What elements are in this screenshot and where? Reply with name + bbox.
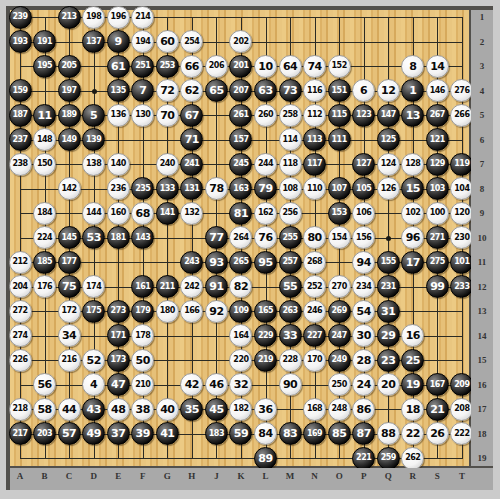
move-number: 16 [406,330,420,341]
move-number: 151 [332,87,347,95]
move-number: 76 [258,232,272,243]
move-number: 70 [160,110,174,121]
white-stone-Q18: 88 [377,422,400,445]
move-number: 265 [233,258,248,266]
black-stone-N18: 169 [303,422,326,445]
move-number: 25 [406,355,420,366]
black-stone-C18: 57 [58,422,81,445]
move-number: 144 [86,209,101,217]
white-stone-L3: 10 [254,55,277,78]
black-stone-O6: 111 [328,128,351,151]
move-number: 171 [111,332,126,340]
row-label-15: 15 [478,355,487,365]
black-stone-E3: 61 [107,55,130,78]
move-number: 250 [332,381,347,389]
black-stone-F8: 235 [131,177,154,200]
move-number: 238 [12,160,27,168]
move-number: 252 [307,283,322,291]
black-stone-P19: 221 [352,447,375,470]
move-number: 271 [430,234,445,242]
move-number: 135 [111,87,126,95]
black-stone-E2: 9 [107,30,130,53]
move-number: 58 [37,404,51,415]
move-number: 136 [111,111,126,119]
move-number: 52 [86,355,100,366]
move-number: 168 [307,405,322,413]
move-number: 213 [61,13,76,21]
move-number: 160 [111,209,126,217]
move-number: 211 [160,283,175,291]
white-stone-P4: 6 [352,79,375,102]
move-number: 267 [430,111,445,119]
white-stone-E17: 48 [107,398,130,421]
move-number: 40 [160,404,174,415]
black-stone-K11: 265 [229,251,252,274]
black-stone-Q14: 29 [377,324,400,347]
move-number: 157 [233,136,248,144]
white-stone-T5: 266 [450,104,473,127]
black-stone-G8: 133 [156,177,179,200]
white-stone-M7: 118 [279,153,302,176]
move-number: 172 [61,307,76,315]
move-number: 266 [454,111,469,119]
move-number: 11 [37,110,51,121]
move-number: 66 [185,61,199,72]
move-number: 86 [357,404,371,415]
move-number: 117 [307,160,322,168]
black-stone-Q13: 31 [377,300,400,323]
column-label-C: C [66,471,73,481]
white-stone-A13: 272 [9,300,32,323]
move-number: 141 [160,209,175,217]
move-number: 124 [381,160,396,168]
white-stone-K17: 182 [229,398,252,421]
move-number: 231 [381,283,396,291]
move-number: 204 [12,283,27,291]
black-stone-A4: 159 [9,79,32,102]
white-stone-C8: 142 [58,177,81,200]
move-number: 118 [282,160,297,168]
black-stone-E4: 135 [107,79,130,102]
black-stone-L8: 79 [254,177,277,200]
white-stone-R7: 128 [401,153,424,176]
black-stone-H8: 131 [180,177,203,200]
white-stone-S18: 26 [426,422,449,445]
white-stone-O17: 248 [328,398,351,421]
move-number: 129 [430,160,445,168]
move-number: 154 [332,234,347,242]
white-stone-N15: 170 [303,349,326,372]
black-stone-D2: 137 [82,30,105,53]
white-stone-P17: 86 [352,398,375,421]
move-number: 1 [409,85,416,96]
move-number: 39 [136,428,150,439]
white-stone-M8: 108 [279,177,302,200]
black-stone-A2: 193 [9,30,32,53]
black-stone-K7: 245 [229,153,252,176]
move-number: 68 [136,208,150,219]
white-stone-T9: 120 [450,202,473,225]
white-stone-Q8: 126 [377,177,400,200]
white-stone-H16: 42 [180,373,203,396]
white-stone-F16: 210 [131,373,154,396]
move-number: 34 [62,330,76,341]
move-number: 258 [282,111,297,119]
black-stone-N7: 117 [303,153,326,176]
move-number: 22 [406,428,420,439]
row-label-13: 13 [478,306,487,316]
move-number: 181 [111,234,126,242]
move-number: 150 [37,160,52,168]
move-number: 273 [111,307,126,315]
white-stone-F17: 38 [131,398,154,421]
white-stone-G13: 180 [156,300,179,323]
move-number: 24 [357,379,371,390]
black-stone-J17: 45 [205,398,228,421]
white-stone-M3: 64 [279,55,302,78]
white-stone-P14: 30 [352,324,375,347]
move-number: 148 [37,136,52,144]
move-number: 5 [90,110,97,121]
move-number: 65 [209,85,223,96]
move-number: 228 [282,356,297,364]
move-number: 78 [209,183,223,194]
white-stone-L9: 162 [254,202,277,225]
move-number: 174 [86,283,101,291]
move-number: 38 [136,404,150,415]
black-stone-A6: 237 [9,128,32,151]
black-stone-D18: 49 [82,422,105,445]
row-label-12: 12 [478,282,487,292]
white-stone-N12: 252 [303,275,326,298]
black-stone-F4: 7 [131,79,154,102]
black-stone-A18: 217 [9,422,32,445]
column-coordinates: ABCDEFGHJKLMNOPQRST [10,468,493,490]
star-point [386,236,391,241]
move-number: 64 [283,61,297,72]
black-stone-P5: 123 [352,104,375,127]
white-stone-H12: 242 [180,275,203,298]
move-number: 139 [86,136,101,144]
move-number: 196 [111,13,126,21]
move-number: 4 [90,379,97,390]
move-number: 85 [332,428,346,439]
move-number: 169 [307,430,322,438]
black-stone-D6: 139 [82,128,105,151]
move-number: 42 [185,379,199,390]
row-label-19: 19 [478,453,487,463]
move-number: 177 [61,258,76,266]
black-stone-S6: 121 [426,128,449,151]
move-number: 43 [86,404,100,415]
move-number: 120 [454,209,469,217]
black-stone-E13: 273 [107,300,130,323]
move-number: 220 [233,356,248,364]
move-number: 180 [160,307,175,315]
black-stone-E16: 47 [107,373,130,396]
move-number: 92 [209,306,223,317]
move-number: 212 [12,258,27,266]
move-number: 81 [234,208,248,219]
black-stone-O4: 151 [328,79,351,102]
white-stone-L10: 76 [254,226,277,249]
column-label-H: H [188,471,195,481]
black-stone-J11: 93 [205,251,228,274]
white-stone-C17: 44 [58,398,81,421]
move-number: 197 [61,87,76,95]
white-stone-R9: 102 [401,202,424,225]
move-number: 143 [135,234,150,242]
move-number: 270 [332,283,347,291]
move-number: 185 [37,258,52,266]
row-label-6: 6 [480,135,485,145]
move-number: 268 [307,258,322,266]
column-label-M: M [286,471,295,481]
black-stone-B18: 203 [33,422,56,445]
move-number: 195 [37,62,52,70]
white-stone-K2: 202 [229,30,252,53]
white-stone-O16: 250 [328,373,351,396]
column-label-R: R [410,471,417,481]
black-stone-M10: 255 [279,226,302,249]
move-number: 112 [307,111,322,119]
move-number: 214 [135,13,150,21]
move-number: 55 [283,281,297,292]
move-number: 183 [209,430,224,438]
white-stone-J8: 78 [205,177,228,200]
column-label-P: P [361,471,367,481]
white-stone-E1: 196 [107,6,130,29]
white-stone-A17: 218 [9,398,32,421]
move-number: 99 [430,281,444,292]
white-stone-D1: 198 [82,6,105,29]
move-number: 91 [209,281,223,292]
white-stone-B16: 56 [33,373,56,396]
column-label-F: F [140,471,146,481]
black-stone-J4: 65 [205,79,228,102]
black-stone-J12: 91 [205,275,228,298]
white-stone-O12: 270 [328,275,351,298]
white-stone-G7: 240 [156,153,179,176]
black-stone-D17: 43 [82,398,105,421]
black-stone-K9: 81 [229,202,252,225]
white-stone-R18: 22 [401,422,424,445]
move-number: 269 [332,307,347,315]
black-stone-F10: 143 [131,226,154,249]
white-stone-E9: 160 [107,202,130,225]
move-number: 29 [381,330,395,341]
white-stone-F2: 194 [131,30,154,53]
row-label-9: 9 [480,208,485,218]
move-number: 205 [61,62,76,70]
black-stone-H17: 35 [180,398,203,421]
white-stone-Q7: 124 [377,153,400,176]
white-stone-H9: 132 [180,202,203,225]
white-stone-P11: 94 [352,251,375,274]
black-stone-K4: 207 [229,79,252,102]
black-stone-J10: 77 [205,226,228,249]
move-number: 249 [332,356,347,364]
move-number: 115 [332,111,347,119]
move-number: 26 [430,428,444,439]
move-number: 222 [454,430,469,438]
move-number: 175 [86,307,101,315]
white-stone-J13: 92 [205,300,228,323]
move-number: 123 [356,111,371,119]
white-stone-H3: 66 [180,55,203,78]
move-number: 130 [135,111,150,119]
white-stone-P9: 106 [352,202,375,225]
white-stone-F9: 68 [131,202,154,225]
black-stone-L19: 89 [254,447,277,470]
white-stone-M16: 90 [279,373,302,396]
move-number: 59 [234,428,248,439]
white-stone-G5: 70 [156,104,179,127]
white-stone-G17: 40 [156,398,179,421]
move-number: 146 [430,87,445,95]
move-number: 128 [405,160,420,168]
move-number: 61 [111,61,125,72]
move-number: 182 [233,405,248,413]
move-number: 15 [406,183,420,194]
black-stone-R16: 19 [401,373,424,396]
white-stone-A7: 238 [9,153,32,176]
move-number: 17 [406,257,420,268]
black-stone-K18: 59 [229,422,252,445]
column-label-E: E [115,471,121,481]
black-stone-S10: 271 [426,226,449,249]
black-stone-Q15: 23 [377,349,400,372]
black-stone-C3: 205 [58,55,81,78]
white-stone-K16: 32 [229,373,252,396]
black-stone-O18: 85 [328,422,351,445]
move-number: 161 [135,283,150,291]
black-stone-T7: 119 [450,153,473,176]
move-number: 264 [233,234,248,242]
move-number: 234 [356,283,371,291]
white-stone-C13: 172 [58,300,81,323]
move-number: 21 [430,404,444,415]
white-stone-B7: 150 [33,153,56,176]
white-stone-N11: 268 [303,251,326,274]
black-stone-L4: 63 [254,79,277,102]
move-number: 56 [37,379,51,390]
move-number: 276 [454,87,469,95]
white-stone-H4: 62 [180,79,203,102]
move-number: 207 [233,87,248,95]
white-stone-N8: 110 [303,177,326,200]
move-number: 12 [381,85,395,96]
move-number: 105 [356,185,371,193]
move-number: 121 [430,136,445,144]
white-stone-B6: 148 [33,128,56,151]
column-label-O: O [336,471,343,481]
white-stone-T17: 208 [450,398,473,421]
move-number: 114 [282,136,297,144]
black-stone-L13: 165 [254,300,277,323]
black-stone-M13: 263 [279,300,302,323]
move-number: 210 [135,381,150,389]
white-stone-F15: 50 [131,349,154,372]
move-number: 230 [454,234,469,242]
move-number: 163 [233,185,248,193]
move-number: 198 [86,13,101,21]
move-number: 126 [381,185,396,193]
white-stone-P15: 28 [352,349,375,372]
move-number: 60 [160,36,174,47]
white-stone-N13: 246 [303,300,326,323]
move-number: 243 [184,258,199,266]
move-number: 260 [258,111,273,119]
white-stone-B17: 58 [33,398,56,421]
column-label-B: B [42,471,48,481]
move-number: 131 [184,185,199,193]
move-number: 242 [184,283,199,291]
black-stone-K13: 109 [229,300,252,323]
move-number: 119 [454,160,469,168]
white-stone-P13: 54 [352,300,375,323]
move-number: 137 [86,38,101,46]
move-number: 50 [136,355,150,366]
black-stone-L11: 95 [254,251,277,274]
move-number: 262 [405,454,420,462]
move-number: 87 [357,428,371,439]
move-number: 239 [12,13,27,21]
move-number: 110 [307,185,322,193]
black-stone-C1: 213 [58,6,81,29]
white-stone-D16: 4 [82,373,105,396]
go-board: 2392131981962141931911379194602542021952… [10,10,469,466]
black-stone-D10: 53 [82,226,105,249]
white-stone-E8: 236 [107,177,130,200]
move-number: 53 [86,232,100,243]
move-number: 36 [258,404,272,415]
black-stone-C11: 177 [58,251,81,274]
black-stone-S17: 21 [426,398,449,421]
move-number: 75 [62,281,76,292]
white-stone-R3: 8 [401,55,424,78]
black-stone-C12: 75 [58,275,81,298]
move-number: 49 [86,428,100,439]
move-number: 245 [233,160,248,168]
white-stone-R17: 18 [401,398,424,421]
move-number: 187 [12,111,27,119]
move-number: 164 [233,332,248,340]
black-stone-S8: 103 [426,177,449,200]
move-number: 256 [282,209,297,217]
move-number: 259 [381,454,396,462]
white-stone-B9: 184 [33,202,56,225]
black-stone-R8: 15 [401,177,424,200]
move-number: 46 [209,379,223,390]
black-stone-L14: 229 [254,324,277,347]
black-stone-S16: 167 [426,373,449,396]
move-number: 156 [356,234,371,242]
move-number: 31 [381,306,395,317]
move-number: 57 [62,428,76,439]
black-stone-D13: 175 [82,300,105,323]
move-number: 33 [283,330,297,341]
black-stone-S7: 129 [426,153,449,176]
move-number: 203 [37,430,52,438]
move-number: 263 [282,307,297,315]
black-stone-O13: 269 [328,300,351,323]
move-number: 255 [282,234,297,242]
black-stone-E18: 37 [107,422,130,445]
move-number: 71 [185,134,199,145]
move-number: 47 [111,379,125,390]
move-number: 23 [381,355,395,366]
